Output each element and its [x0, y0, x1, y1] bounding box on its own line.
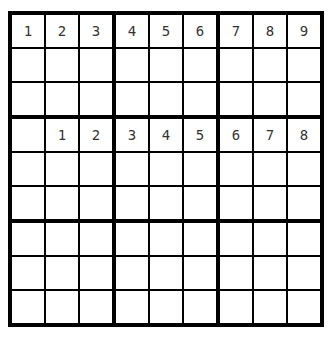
cell-r3c4[interactable] [116, 83, 150, 119]
cell-r9c3[interactable] [80, 291, 116, 323]
cell-r8c3[interactable] [80, 257, 116, 291]
cell-r6c2[interactable] [46, 187, 80, 223]
cell-r2c4[interactable] [116, 49, 150, 83]
cell-r7c5[interactable] [150, 223, 184, 257]
cell-r2c9[interactable] [288, 49, 320, 83]
cell-r6c9[interactable] [288, 187, 320, 223]
cell-r6c6[interactable] [184, 187, 220, 223]
sudoku-board: 12345678912345678 [8, 11, 324, 327]
cell-r4c7[interactable]: 6 [220, 119, 254, 153]
cell-r9c9[interactable] [288, 291, 320, 323]
cell-r5c9[interactable] [288, 153, 320, 187]
cell-r1c1[interactable]: 1 [12, 15, 46, 49]
cell-r3c8[interactable] [254, 83, 288, 119]
board-row-5 [12, 153, 320, 187]
cell-r7c9[interactable] [288, 223, 320, 257]
cell-r7c8[interactable] [254, 223, 288, 257]
cell-r6c1[interactable] [12, 187, 46, 223]
cell-r1c3[interactable]: 3 [80, 15, 116, 49]
cell-r4c3[interactable]: 2 [80, 119, 116, 153]
cell-r2c7[interactable] [220, 49, 254, 83]
cell-r1c6[interactable]: 6 [184, 15, 220, 49]
cell-r7c1[interactable] [12, 223, 46, 257]
cell-r1c9[interactable]: 9 [288, 15, 320, 49]
cell-r6c5[interactable] [150, 187, 184, 223]
cell-r7c2[interactable] [46, 223, 80, 257]
cell-r9c6[interactable] [184, 291, 220, 323]
cell-r3c3[interactable] [80, 83, 116, 119]
cell-r5c4[interactable] [116, 153, 150, 187]
cell-r8c2[interactable] [46, 257, 80, 291]
board-row-6 [12, 187, 320, 223]
cell-r3c7[interactable] [220, 83, 254, 119]
cell-r4c1[interactable] [12, 119, 46, 153]
cell-r3c1[interactable] [12, 83, 46, 119]
cell-r2c8[interactable] [254, 49, 288, 83]
cell-r4c4[interactable]: 3 [116, 119, 150, 153]
cell-r6c7[interactable] [220, 187, 254, 223]
cell-r2c2[interactable] [46, 49, 80, 83]
cell-r7c6[interactable] [184, 223, 220, 257]
board-row-7 [12, 223, 320, 257]
cell-r5c3[interactable] [80, 153, 116, 187]
board-row-4: 12345678 [12, 119, 320, 153]
cell-r8c8[interactable] [254, 257, 288, 291]
cell-r4c5[interactable]: 4 [150, 119, 184, 153]
board-row-2 [12, 49, 320, 83]
cell-r9c2[interactable] [46, 291, 80, 323]
cell-r9c1[interactable] [12, 291, 46, 323]
cell-r3c5[interactable] [150, 83, 184, 119]
cell-r4c8[interactable]: 7 [254, 119, 288, 153]
cell-r2c3[interactable] [80, 49, 116, 83]
cell-r3c6[interactable] [184, 83, 220, 119]
cell-r5c1[interactable] [12, 153, 46, 187]
cell-r8c4[interactable] [116, 257, 150, 291]
cell-r8c1[interactable] [12, 257, 46, 291]
cell-r5c7[interactable] [220, 153, 254, 187]
cell-r1c7[interactable]: 7 [220, 15, 254, 49]
cell-r7c7[interactable] [220, 223, 254, 257]
cell-r9c5[interactable] [150, 291, 184, 323]
cell-r1c4[interactable]: 4 [116, 15, 150, 49]
cell-r5c2[interactable] [46, 153, 80, 187]
board-row-8 [12, 257, 320, 291]
cell-r2c6[interactable] [184, 49, 220, 83]
cell-r9c8[interactable] [254, 291, 288, 323]
board-row-1: 123456789 [12, 15, 320, 49]
cell-r8c9[interactable] [288, 257, 320, 291]
cell-r8c6[interactable] [184, 257, 220, 291]
cell-r9c7[interactable] [220, 291, 254, 323]
cell-r7c4[interactable] [116, 223, 150, 257]
cell-r8c5[interactable] [150, 257, 184, 291]
cell-r5c5[interactable] [150, 153, 184, 187]
cell-r9c4[interactable] [116, 291, 150, 323]
cell-r6c3[interactable] [80, 187, 116, 223]
cell-r6c4[interactable] [116, 187, 150, 223]
cell-r8c7[interactable] [220, 257, 254, 291]
board-row-3 [12, 83, 320, 119]
cell-r5c8[interactable] [254, 153, 288, 187]
cell-r3c2[interactable] [46, 83, 80, 119]
cell-r1c8[interactable]: 8 [254, 15, 288, 49]
cell-r5c6[interactable] [184, 153, 220, 187]
cell-r4c6[interactable]: 5 [184, 119, 220, 153]
cell-r2c5[interactable] [150, 49, 184, 83]
cell-r4c2[interactable]: 1 [46, 119, 80, 153]
cell-r7c3[interactable] [80, 223, 116, 257]
cell-r6c8[interactable] [254, 187, 288, 223]
cell-r2c1[interactable] [12, 49, 46, 83]
cell-r1c5[interactable]: 5 [150, 15, 184, 49]
cell-r1c2[interactable]: 2 [46, 15, 80, 49]
board-row-9 [12, 291, 320, 323]
cell-r4c9[interactable]: 8 [288, 119, 320, 153]
cell-r3c9[interactable] [288, 83, 320, 119]
